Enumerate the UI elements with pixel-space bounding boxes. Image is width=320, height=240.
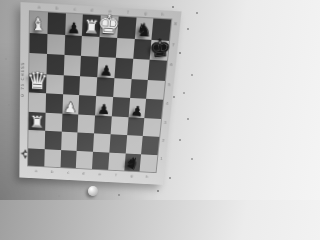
white-pawn-c4[interactable]: ♟ xyxy=(64,100,77,114)
square-b7[interactable] xyxy=(47,33,65,54)
square-e2[interactable] xyxy=(93,133,110,152)
coord-label: h xyxy=(156,12,171,17)
square-g5[interactable] xyxy=(130,79,148,99)
white-king-e8[interactable]: ♚ xyxy=(97,11,121,38)
square-a2[interactable] xyxy=(28,130,45,149)
square-h1[interactable] xyxy=(140,154,158,172)
coord-label: c xyxy=(67,6,81,11)
square-d1[interactable] xyxy=(76,150,93,168)
coord-label: b xyxy=(50,5,64,10)
square-f7[interactable] xyxy=(116,37,135,58)
square-f6[interactable] xyxy=(114,58,133,79)
emblem-arrow-down-icon xyxy=(23,155,27,159)
black-pawn-e4[interactable]: ♟ xyxy=(97,101,110,115)
coord-label: g xyxy=(138,11,152,16)
square-d3[interactable] xyxy=(78,114,95,133)
square-c3[interactable] xyxy=(61,113,78,132)
square-c6[interactable] xyxy=(63,55,81,76)
square-e1[interactable] xyxy=(92,151,109,169)
coord-label: 6 xyxy=(167,63,174,79)
square-h5[interactable] xyxy=(146,80,165,100)
square-b1[interactable] xyxy=(44,149,61,167)
square-a7[interactable] xyxy=(29,32,47,53)
square-b8[interactable] xyxy=(47,12,65,34)
coord-label: f xyxy=(120,10,134,15)
square-h3[interactable] xyxy=(143,118,161,137)
coord-label: g xyxy=(125,174,138,178)
coord-label: 1 xyxy=(157,157,164,171)
square-c1[interactable] xyxy=(60,150,77,168)
square-b4[interactable] xyxy=(45,93,62,113)
square-f4[interactable] xyxy=(112,97,130,117)
coord-label: b xyxy=(46,170,59,174)
coord-label: 3 xyxy=(161,120,168,135)
coord-label: 8 xyxy=(171,22,179,39)
coord-label: e xyxy=(93,172,106,176)
black-pawn-g4[interactable]: ♟ xyxy=(130,103,144,118)
coord-label: d xyxy=(85,7,99,12)
square-g6[interactable] xyxy=(131,59,150,80)
square-h4[interactable] xyxy=(145,99,163,119)
coord-label: 2 xyxy=(159,139,166,154)
coord-label: c xyxy=(61,170,74,174)
square-c7[interactable] xyxy=(64,34,82,55)
black-king-h7[interactable]: ♚ xyxy=(148,35,171,62)
square-d2[interactable] xyxy=(77,132,94,151)
black-pawn-c8[interactable]: ♟ xyxy=(67,19,81,35)
coord-label: 4 xyxy=(163,102,170,117)
emblem-arrow-left-icon xyxy=(20,152,24,156)
square-f3[interactable] xyxy=(110,116,128,135)
chess-board: abcdefgh abcdefgh 87654321 © 75 CHESS ♝♟… xyxy=(19,2,181,185)
coord-label: f xyxy=(109,173,122,177)
square-g3[interactable] xyxy=(127,117,145,136)
square-g2[interactable] xyxy=(125,135,143,154)
square-a1[interactable] xyxy=(28,148,44,166)
square-e5[interactable] xyxy=(96,77,114,97)
square-h2[interactable] xyxy=(141,136,159,155)
coord-label: 5 xyxy=(165,83,172,99)
square-d5[interactable] xyxy=(79,76,97,96)
square-d6[interactable] xyxy=(80,56,98,77)
coord-label: a xyxy=(30,169,43,173)
square-b3[interactable] xyxy=(45,112,62,131)
white-bishop-a8[interactable]: ♝ xyxy=(31,16,47,33)
white-queen-a5[interactable]: ♛ xyxy=(27,69,49,94)
black-pawn-e6[interactable]: ♟ xyxy=(99,62,113,77)
square-b2[interactable] xyxy=(44,131,61,150)
square-c2[interactable] xyxy=(61,132,78,151)
dust-speckles xyxy=(0,0,2,2)
table-surface: abcdefgh abcdefgh 87654321 © 75 CHESS ♝♟… xyxy=(0,0,200,200)
coord-label: d xyxy=(77,171,90,175)
white-rook-a3[interactable]: ♜ xyxy=(29,114,44,131)
coord-label: h xyxy=(141,175,154,179)
square-f5[interactable] xyxy=(113,78,131,98)
square-e3[interactable] xyxy=(94,115,112,134)
coord-label: a xyxy=(32,4,46,9)
square-f2[interactable] xyxy=(109,134,127,153)
square-c5[interactable] xyxy=(63,75,81,95)
square-d4[interactable] xyxy=(79,95,97,115)
loose-piece[interactable] xyxy=(88,186,98,196)
